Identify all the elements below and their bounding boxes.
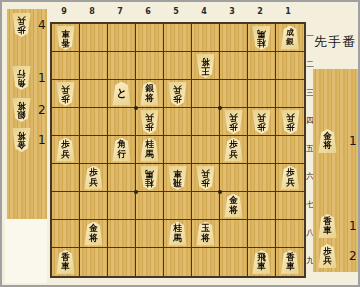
- star-point: [218, 190, 222, 194]
- gote-hand-count-bishop: 1: [38, 71, 46, 85]
- square-85[interactable]: [80, 136, 108, 164]
- piece-kanji: 行: [17, 69, 26, 79]
- square-27[interactable]: [248, 192, 276, 220]
- piece-kanji: 将: [89, 234, 98, 244]
- piece-kanji: 馬: [173, 234, 182, 244]
- file-label-2: 2: [246, 7, 274, 16]
- pawn-piece-sente[interactable]: 歩兵: [223, 138, 244, 162]
- promoted-promoted-silver-piece-sente[interactable]: 成銀: [280, 26, 301, 50]
- star-point: [218, 106, 222, 110]
- square-56[interactable]: 飛車: [164, 164, 192, 192]
- square-19[interactable]: 香車: [276, 248, 304, 276]
- shogi-app-window: { "game": "shogi", "board_size": "9x9", …: [0, 0, 360, 287]
- piece-kanji: 兵: [286, 112, 295, 122]
- square-14[interactable]: 歩兵: [276, 108, 304, 136]
- piece-kanji: 車: [61, 262, 70, 272]
- pawn-piece-gote[interactable]: 歩兵: [167, 82, 188, 106]
- square-86[interactable]: 歩兵: [80, 164, 108, 192]
- pawn-piece-sente[interactable]: 歩兵: [280, 166, 301, 190]
- lance-piece-sente[interactable]: 香車: [55, 250, 76, 274]
- piece-kanji: 将: [145, 94, 154, 104]
- silver-piece-gote[interactable]: 銀将: [11, 98, 32, 122]
- square-31[interactable]: [220, 24, 248, 52]
- pawn-piece-gote[interactable]: 歩兵: [223, 110, 244, 134]
- piece-kanji: 車: [323, 226, 332, 236]
- square-73[interactable]: と: [108, 80, 136, 108]
- square-42[interactable]: 王将: [192, 52, 220, 80]
- piece-kanji: 馬: [145, 168, 154, 178]
- square-29[interactable]: 飛車: [248, 248, 276, 276]
- square-34[interactable]: 歩兵: [220, 108, 248, 136]
- gold-piece-sente[interactable]: 金将: [83, 222, 104, 246]
- square-97[interactable]: [52, 192, 80, 220]
- square-37[interactable]: 金将: [220, 192, 248, 220]
- piece-kanji: 将: [17, 101, 26, 111]
- pawn-piece-gote[interactable]: 歩兵: [139, 110, 160, 134]
- square-47[interactable]: [192, 192, 220, 220]
- square-75[interactable]: 角行: [108, 136, 136, 164]
- square-62[interactable]: [136, 52, 164, 80]
- square-92[interactable]: [52, 52, 80, 80]
- square-91[interactable]: 香車: [52, 24, 80, 52]
- square-68[interactable]: [136, 220, 164, 248]
- square-41[interactable]: [192, 24, 220, 52]
- square-93[interactable]: 歩兵: [52, 80, 80, 108]
- gote-hand-count-gold: 1: [38, 133, 46, 147]
- piece-kanji: 馬: [145, 150, 154, 160]
- rook-piece-sente[interactable]: 飛車: [251, 250, 272, 274]
- piece-kanji: 車: [257, 262, 266, 272]
- bishop-piece-gote[interactable]: 角行: [11, 66, 32, 90]
- square-15[interactable]: [276, 136, 304, 164]
- pawn-piece-gote[interactable]: 歩兵: [11, 13, 32, 37]
- square-23[interactable]: [248, 80, 276, 108]
- square-32[interactable]: [220, 52, 248, 80]
- lance-piece-sente[interactable]: 香車: [280, 250, 301, 274]
- square-78[interactable]: [108, 220, 136, 248]
- square-63[interactable]: 銀将: [136, 80, 164, 108]
- lance-piece-sente[interactable]: 香車: [317, 214, 338, 238]
- knight-piece-sente[interactable]: 桂馬: [139, 138, 160, 162]
- square-66[interactable]: 桂馬: [136, 164, 164, 192]
- square-52[interactable]: [164, 52, 192, 80]
- square-81[interactable]: [80, 24, 108, 52]
- square-33[interactable]: [220, 80, 248, 108]
- pawn-piece-gote[interactable]: 歩兵: [55, 82, 76, 106]
- knight-piece-gote[interactable]: 桂馬: [139, 166, 160, 190]
- square-59[interactable]: [164, 248, 192, 276]
- gote-hand-count-pawn: 4: [38, 18, 46, 32]
- square-24[interactable]: 歩兵: [248, 108, 276, 136]
- square-67[interactable]: [136, 192, 164, 220]
- star-point: [134, 190, 138, 194]
- rook-piece-gote[interactable]: 飛車: [167, 166, 188, 190]
- promoted-tokin-piece-sente[interactable]: と: [111, 82, 132, 106]
- square-43[interactable]: [192, 80, 220, 108]
- square-99[interactable]: 香車: [52, 248, 80, 276]
- king-piece-gote[interactable]: 王将: [195, 54, 216, 78]
- square-89[interactable]: [80, 248, 108, 276]
- square-48[interactable]: 玉将: [192, 220, 220, 248]
- square-83[interactable]: [80, 80, 108, 108]
- gote-captured-stand: 歩兵4角行1銀将2金将1: [7, 9, 47, 219]
- piece-kanji: 車: [173, 168, 182, 178]
- file-label-1: 1: [274, 7, 302, 16]
- file-label-4: 4: [190, 7, 218, 16]
- square-25[interactable]: [248, 136, 276, 164]
- pawn-piece-sente[interactable]: 歩兵: [83, 166, 104, 190]
- square-22[interactable]: [248, 52, 276, 80]
- square-94[interactable]: [52, 108, 80, 136]
- square-69[interactable]: [136, 248, 164, 276]
- file-label-9: 9: [50, 7, 78, 16]
- piece-kanji: 兵: [145, 112, 154, 122]
- gote-hand-count-silver: 2: [38, 103, 46, 117]
- piece-kanji: 銀: [286, 38, 294, 47]
- bishop-piece-sente[interactable]: 角行: [111, 138, 132, 162]
- square-95[interactable]: 歩兵: [52, 136, 80, 164]
- piece-kanji: 将: [229, 206, 238, 216]
- square-61[interactable]: [136, 24, 164, 52]
- piece-kanji: 兵: [61, 84, 70, 94]
- square-36[interactable]: [220, 164, 248, 192]
- square-44[interactable]: [192, 108, 220, 136]
- square-74[interactable]: [108, 108, 136, 136]
- square-39[interactable]: [220, 248, 248, 276]
- square-82[interactable]: [80, 52, 108, 80]
- bottom-left-panel: [5, 219, 47, 283]
- square-77[interactable]: [108, 192, 136, 220]
- square-12[interactable]: [276, 52, 304, 80]
- piece-kanji: 行: [117, 150, 126, 160]
- square-45[interactable]: [192, 136, 220, 164]
- pawn-piece-sente[interactable]: 歩兵: [317, 244, 338, 268]
- shogi-board: 香車桂馬成銀王将歩兵と銀将歩兵歩兵歩兵歩兵歩兵歩兵角行桂馬歩兵歩兵桂馬飛車歩兵歩…: [50, 22, 306, 278]
- square-79[interactable]: [108, 248, 136, 276]
- piece-kanji: 車: [286, 262, 295, 272]
- file-label-3: 3: [218, 7, 246, 16]
- square-13[interactable]: [276, 80, 304, 108]
- turn-indicator: 先手番: [314, 33, 360, 51]
- file-label-6: 6: [134, 7, 162, 16]
- piece-kanji: 兵: [89, 178, 98, 188]
- piece-kanji: 将: [201, 234, 210, 244]
- silver-piece-sente[interactable]: 銀将: [139, 82, 160, 106]
- file-label-5: 5: [162, 7, 190, 16]
- file-label-7: 7: [106, 7, 134, 16]
- square-87[interactable]: [80, 192, 108, 220]
- gold-piece-sente[interactable]: 金将: [223, 194, 244, 218]
- square-71[interactable]: [108, 24, 136, 52]
- piece-kanji: 金: [17, 140, 26, 150]
- square-18[interactable]: [276, 220, 304, 248]
- square-28[interactable]: [248, 220, 276, 248]
- piece-kanji: と: [116, 88, 127, 100]
- square-72[interactable]: [108, 52, 136, 80]
- square-51[interactable]: [164, 24, 192, 52]
- piece-kanji: 兵: [229, 112, 238, 122]
- square-55[interactable]: [164, 136, 192, 164]
- square-88[interactable]: 金将: [80, 220, 108, 248]
- sente-hand-count-lance: 1: [349, 219, 357, 233]
- square-65[interactable]: 桂馬: [136, 136, 164, 164]
- square-17[interactable]: [276, 192, 304, 220]
- square-54[interactable]: [164, 108, 192, 136]
- piece-kanji: 馬: [257, 28, 266, 38]
- square-76[interactable]: [108, 164, 136, 192]
- square-98[interactable]: [52, 220, 80, 248]
- square-21[interactable]: 桂馬: [248, 24, 276, 52]
- piece-kanji: 将: [17, 131, 26, 141]
- square-49[interactable]: [192, 248, 220, 276]
- piece-kanji: 兵: [229, 150, 238, 160]
- piece-kanji: 銀: [17, 110, 26, 120]
- piece-kanji: 将: [201, 56, 210, 66]
- piece-kanji: 兵: [173, 84, 182, 94]
- square-16[interactable]: 歩兵: [276, 164, 304, 192]
- square-64[interactable]: 歩兵: [136, 108, 164, 136]
- square-96[interactable]: [52, 164, 80, 192]
- gold-piece-gote[interactable]: 金将: [11, 128, 32, 152]
- sente-captured-stand: 金将1香車1歩兵2: [313, 69, 359, 272]
- piece-kanji: 兵: [286, 178, 295, 188]
- square-35[interactable]: 歩兵: [220, 136, 248, 164]
- square-58[interactable]: 桂馬: [164, 220, 192, 248]
- square-84[interactable]: [80, 108, 108, 136]
- square-26[interactable]: [248, 164, 276, 192]
- gold-piece-sente[interactable]: 金将: [317, 129, 338, 153]
- square-57[interactable]: [164, 192, 192, 220]
- piece-kanji: 兵: [17, 16, 26, 26]
- knight-piece-sente[interactable]: 桂馬: [167, 222, 188, 246]
- piece-kanji: 角: [17, 78, 26, 88]
- piece-kanji: 車: [61, 28, 70, 38]
- sente-hand-count-gold: 1: [349, 134, 357, 148]
- star-point: [134, 106, 138, 110]
- king-piece-sente[interactable]: 玉将: [195, 222, 216, 246]
- square-46[interactable]: 歩兵: [192, 164, 220, 192]
- square-11[interactable]: 成銀: [276, 24, 304, 52]
- file-label-8: 8: [78, 7, 106, 16]
- sente-hand-count-pawn: 2: [349, 249, 357, 263]
- piece-kanji: 歩: [17, 25, 26, 35]
- square-38[interactable]: [220, 220, 248, 248]
- pawn-piece-gote[interactable]: 歩兵: [280, 110, 301, 134]
- pawn-piece-gote[interactable]: 歩兵: [251, 110, 272, 134]
- piece-kanji: 兵: [257, 112, 266, 122]
- knight-piece-gote[interactable]: 桂馬: [251, 26, 272, 50]
- piece-kanji: 兵: [323, 256, 332, 266]
- pawn-piece-gote[interactable]: 歩兵: [195, 166, 216, 190]
- piece-kanji: 兵: [201, 168, 210, 178]
- pawn-piece-sente[interactable]: 歩兵: [55, 138, 76, 162]
- square-53[interactable]: 歩兵: [164, 80, 192, 108]
- piece-kanji: 兵: [61, 150, 70, 160]
- piece-kanji: 将: [323, 141, 332, 151]
- lance-piece-gote[interactable]: 香車: [55, 26, 76, 50]
